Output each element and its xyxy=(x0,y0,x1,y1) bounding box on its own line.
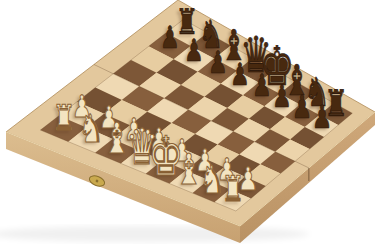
piece-white-rook[interactable]: ♜ xyxy=(222,172,245,207)
piece-black-pawn[interactable]: ♟ xyxy=(208,47,228,78)
piece-black-pawn[interactable]: ♟ xyxy=(252,70,272,101)
ground-shadow xyxy=(0,226,310,242)
piece-white-knight[interactable]: ♞ xyxy=(199,160,224,199)
piece-white-knight[interactable]: ♞ xyxy=(78,109,103,148)
product-photo: ♜♞♝♛♚♝♞♜♟♟♟♟♟♟♟♟♟♟♟♟♟♟♟♟♜♞♝♛♚♝♞♜ xyxy=(0,0,376,245)
piece-black-pawn[interactable]: ♟ xyxy=(184,35,204,66)
piece-black-pawn[interactable]: ♟ xyxy=(292,91,313,123)
piece-black-pawn[interactable]: ♟ xyxy=(272,81,292,112)
piece-black-pawn[interactable]: ♟ xyxy=(160,22,180,53)
piece-white-rook[interactable]: ♜ xyxy=(52,101,75,136)
piece-black-pawn[interactable]: ♟ xyxy=(311,101,332,133)
piece-black-pawn[interactable]: ♟ xyxy=(230,59,250,90)
